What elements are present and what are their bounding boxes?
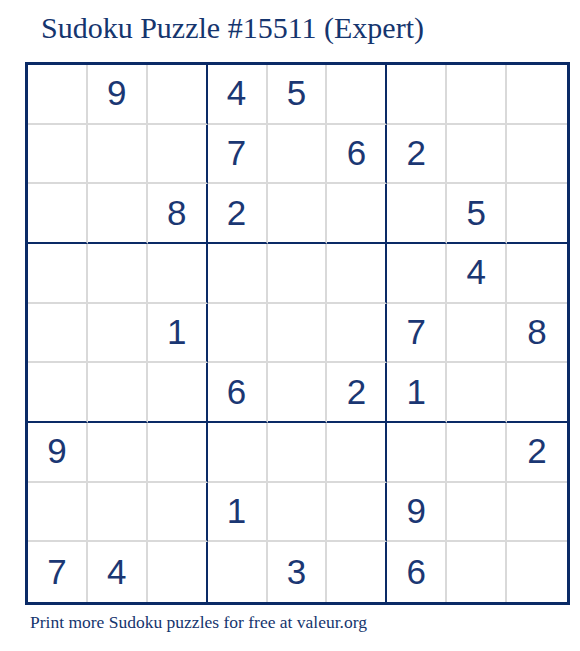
cell-r5c5	[268, 304, 328, 364]
cell-r8c8	[447, 483, 507, 543]
cell-r4c3	[148, 244, 208, 304]
cell-r2c6: 6	[327, 125, 387, 185]
cell-r6c1	[28, 363, 88, 423]
cell-r7c4	[208, 423, 268, 483]
cell-r4c1	[28, 244, 88, 304]
cell-r3c1	[28, 184, 88, 244]
cell-r6c4: 6	[208, 363, 268, 423]
cell-r6c5	[268, 363, 328, 423]
cell-r5c9: 8	[507, 304, 567, 364]
cell-r5c7: 7	[387, 304, 447, 364]
cell-r8c1	[28, 483, 88, 543]
cell-r2c3	[148, 125, 208, 185]
cell-r1c5: 5	[268, 65, 328, 125]
footer-text: Print more Sudoku puzzles for free at va…	[30, 612, 367, 633]
cell-r7c9: 2	[507, 423, 567, 483]
cell-r3c7	[387, 184, 447, 244]
cell-r2c5	[268, 125, 328, 185]
cell-r1c8	[447, 65, 507, 125]
cell-r2c8	[447, 125, 507, 185]
cell-r6c2	[88, 363, 148, 423]
cell-r4c7	[387, 244, 447, 304]
cell-r9c5: 3	[268, 542, 328, 602]
cell-r2c9	[507, 125, 567, 185]
cell-r5c1	[28, 304, 88, 364]
cell-r4c8: 4	[447, 244, 507, 304]
cell-r5c6	[327, 304, 387, 364]
cell-r9c1: 7	[28, 542, 88, 602]
cell-r1c9	[507, 65, 567, 125]
cell-r7c3	[148, 423, 208, 483]
cell-r5c8	[447, 304, 507, 364]
cell-r8c4: 1	[208, 483, 268, 543]
cell-r6c8	[447, 363, 507, 423]
cell-r7c8	[447, 423, 507, 483]
cell-r8c3	[148, 483, 208, 543]
cell-r1c6	[327, 65, 387, 125]
cell-r7c5	[268, 423, 328, 483]
cell-r8c5	[268, 483, 328, 543]
cell-r3c9	[507, 184, 567, 244]
puzzle-title: Sudoku Puzzle #15511 (Expert)	[41, 11, 424, 45]
cell-r4c2	[88, 244, 148, 304]
cell-r4c9	[507, 244, 567, 304]
cell-r7c7	[387, 423, 447, 483]
cell-r8c6	[327, 483, 387, 543]
cell-r1c4: 4	[208, 65, 268, 125]
cell-r6c7: 1	[387, 363, 447, 423]
cell-r9c8	[447, 542, 507, 602]
cell-r7c2	[88, 423, 148, 483]
cell-r3c3: 8	[148, 184, 208, 244]
cell-r8c7: 9	[387, 483, 447, 543]
cell-r9c9	[507, 542, 567, 602]
cell-r4c4	[208, 244, 268, 304]
cell-r3c8: 5	[447, 184, 507, 244]
cell-r4c6	[327, 244, 387, 304]
cell-r6c6: 2	[327, 363, 387, 423]
cell-r5c3: 1	[148, 304, 208, 364]
cell-r1c1	[28, 65, 88, 125]
cell-r3c6	[327, 184, 387, 244]
cell-r5c2	[88, 304, 148, 364]
cell-r2c1	[28, 125, 88, 185]
cell-r3c5	[268, 184, 328, 244]
cell-r3c4: 2	[208, 184, 268, 244]
cell-r9c2: 4	[88, 542, 148, 602]
cell-r8c9	[507, 483, 567, 543]
cell-r7c6	[327, 423, 387, 483]
cell-r3c2	[88, 184, 148, 244]
cell-r4c5	[268, 244, 328, 304]
cell-r2c7: 2	[387, 125, 447, 185]
cell-r1c7	[387, 65, 447, 125]
cell-r6c9	[507, 363, 567, 423]
cell-r8c2	[88, 483, 148, 543]
cell-r6c3	[148, 363, 208, 423]
cell-r9c7: 6	[387, 542, 447, 602]
sudoku-board: 945762825417862192197436	[25, 62, 570, 605]
cell-r1c2: 9	[88, 65, 148, 125]
cell-r7c1: 9	[28, 423, 88, 483]
cell-r9c3	[148, 542, 208, 602]
sudoku-page: Sudoku Puzzle #15511 (Expert) 9457628254…	[0, 0, 580, 651]
cell-r5c4	[208, 304, 268, 364]
cell-r2c4: 7	[208, 125, 268, 185]
cell-r2c2	[88, 125, 148, 185]
cell-r9c4	[208, 542, 268, 602]
cell-r9c6	[327, 542, 387, 602]
cell-r1c3	[148, 65, 208, 125]
